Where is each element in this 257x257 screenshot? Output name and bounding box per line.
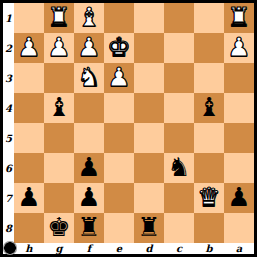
- piece-wP-h2[interactable]: ♟: [17, 34, 40, 60]
- square-a1[interactable]: ♜: [224, 3, 254, 33]
- square-g2[interactable]: ♟: [44, 33, 74, 63]
- rank-label-4: 4: [3, 93, 14, 123]
- square-b7[interactable]: ♛: [194, 183, 224, 213]
- rank-label-1: 1: [3, 3, 14, 33]
- square-a7[interactable]: ♟: [224, 183, 254, 213]
- square-d4[interactable]: [134, 93, 164, 123]
- piece-wB-f1[interactable]: ♝: [77, 4, 100, 30]
- piece-bB-g4[interactable]: ♝: [47, 94, 70, 120]
- piece-bP-a7[interactable]: ♟: [227, 184, 250, 210]
- square-h3[interactable]: [14, 63, 44, 93]
- square-g1[interactable]: ♜: [44, 3, 74, 33]
- square-c8[interactable]: [164, 213, 194, 243]
- square-e6[interactable]: [104, 153, 134, 183]
- square-g8[interactable]: ♚: [44, 213, 74, 243]
- square-h4[interactable]: [14, 93, 44, 123]
- square-b1[interactable]: [194, 3, 224, 33]
- square-a8[interactable]: [224, 213, 254, 243]
- square-d3[interactable]: [134, 63, 164, 93]
- rank-label-3: 3: [3, 63, 14, 93]
- square-d6[interactable]: [134, 153, 164, 183]
- piece-bB-b4[interactable]: ♝: [197, 94, 220, 120]
- piece-bN-c6[interactable]: ♞: [167, 154, 190, 180]
- piece-wP-f2[interactable]: ♟: [77, 34, 100, 60]
- square-f3[interactable]: ♞: [74, 63, 104, 93]
- square-f2[interactable]: ♟: [74, 33, 104, 63]
- rank-label-5: 5: [3, 123, 14, 153]
- square-h8[interactable]: [14, 213, 44, 243]
- chessboard-frame: 12345678 ♜♝♜♟♟♟♚♟♞♟♝♝♟♞♟♟♛♟♚♜♜ hgfedcba: [0, 0, 257, 257]
- square-f1[interactable]: ♝: [74, 3, 104, 33]
- piece-bK-g8[interactable]: ♚: [47, 214, 70, 240]
- black-to-move-indicator-icon: [3, 241, 17, 255]
- square-b6[interactable]: [194, 153, 224, 183]
- file-label-e: e: [104, 243, 134, 254]
- square-g3[interactable]: [44, 63, 74, 93]
- piece-wQ-b7[interactable]: ♛: [197, 184, 220, 210]
- file-label-b: b: [194, 243, 224, 254]
- rank-label-8: 8: [3, 213, 14, 243]
- chess-board[interactable]: ♜♝♜♟♟♟♚♟♞♟♝♝♟♞♟♟♛♟♚♜♜: [14, 3, 254, 243]
- square-c6[interactable]: ♞: [164, 153, 194, 183]
- square-c4[interactable]: [164, 93, 194, 123]
- piece-wP-g2[interactable]: ♟: [47, 34, 70, 60]
- square-h5[interactable]: [14, 123, 44, 153]
- square-e2[interactable]: ♚: [104, 33, 134, 63]
- file-label-f: f: [74, 243, 104, 254]
- square-b3[interactable]: [194, 63, 224, 93]
- square-c3[interactable]: [164, 63, 194, 93]
- square-e5[interactable]: [104, 123, 134, 153]
- square-f5[interactable]: [74, 123, 104, 153]
- square-e4[interactable]: [104, 93, 134, 123]
- square-c2[interactable]: [164, 33, 194, 63]
- square-b8[interactable]: [194, 213, 224, 243]
- square-e1[interactable]: [104, 3, 134, 33]
- square-a5[interactable]: [224, 123, 254, 153]
- file-labels: hgfedcba: [14, 243, 254, 254]
- rank-label-6: 6: [3, 153, 14, 183]
- square-h7[interactable]: ♟: [14, 183, 44, 213]
- piece-wK-e2[interactable]: ♚: [107, 34, 130, 60]
- square-d1[interactable]: [134, 3, 164, 33]
- piece-bR-f8[interactable]: ♜: [77, 214, 100, 240]
- piece-bP-f7[interactable]: ♟: [77, 184, 100, 210]
- file-label-g: g: [44, 243, 74, 254]
- square-e8[interactable]: [104, 213, 134, 243]
- bottom-label-strip: hgfedcba: [3, 243, 254, 254]
- piece-bR-d8[interactable]: ♜: [137, 214, 160, 240]
- square-f6[interactable]: ♟: [74, 153, 104, 183]
- piece-wP-a2[interactable]: ♟: [227, 34, 250, 60]
- square-g7[interactable]: [44, 183, 74, 213]
- square-b5[interactable]: [194, 123, 224, 153]
- square-a2[interactable]: ♟: [224, 33, 254, 63]
- square-h1[interactable]: [14, 3, 44, 33]
- rank-label-2: 2: [3, 33, 14, 63]
- square-d2[interactable]: [134, 33, 164, 63]
- square-h6[interactable]: [14, 153, 44, 183]
- square-f7[interactable]: ♟: [74, 183, 104, 213]
- square-b2[interactable]: [194, 33, 224, 63]
- file-label-a: a: [224, 243, 254, 254]
- file-label-d: d: [134, 243, 164, 254]
- square-a6[interactable]: [224, 153, 254, 183]
- rank-labels: 12345678: [3, 3, 14, 243]
- square-d8[interactable]: ♜: [134, 213, 164, 243]
- square-h2[interactable]: ♟: [14, 33, 44, 63]
- square-c1[interactable]: [164, 3, 194, 33]
- rank-label-7: 7: [3, 183, 14, 213]
- square-a4[interactable]: [224, 93, 254, 123]
- square-f8[interactable]: ♜: [74, 213, 104, 243]
- square-g5[interactable]: [44, 123, 74, 153]
- piece-wR-g1[interactable]: ♜: [47, 4, 70, 30]
- square-e3[interactable]: ♟: [104, 63, 134, 93]
- square-c5[interactable]: [164, 123, 194, 153]
- square-g6[interactable]: [44, 153, 74, 183]
- piece-wR-a1[interactable]: ♜: [227, 4, 250, 30]
- file-label-c: c: [164, 243, 194, 254]
- square-a3[interactable]: [224, 63, 254, 93]
- piece-bP-h7[interactable]: ♟: [17, 184, 40, 210]
- square-c7[interactable]: [164, 183, 194, 213]
- square-f4[interactable]: [74, 93, 104, 123]
- square-g4[interactable]: ♝: [44, 93, 74, 123]
- piece-wP-e3[interactable]: ♟: [107, 64, 130, 90]
- square-d5[interactable]: [134, 123, 164, 153]
- piece-bP-f6[interactable]: ♟: [77, 154, 100, 180]
- square-e7[interactable]: [104, 183, 134, 213]
- file-label-h: h: [14, 243, 44, 254]
- square-b4[interactable]: ♝: [194, 93, 224, 123]
- piece-wN-f3[interactable]: ♞: [77, 64, 100, 90]
- square-d7[interactable]: [134, 183, 164, 213]
